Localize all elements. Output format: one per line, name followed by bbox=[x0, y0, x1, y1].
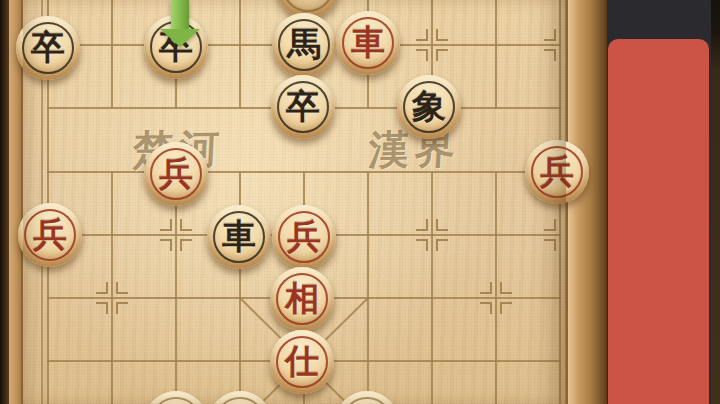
piece-black-soldier[interactable]: 卒 bbox=[16, 16, 80, 80]
piece-character: 卒 bbox=[271, 75, 335, 139]
piece-character: 兵 bbox=[18, 203, 82, 267]
point-marker bbox=[544, 219, 556, 231]
point-marker bbox=[416, 239, 428, 251]
piece-character: 卒 bbox=[16, 16, 80, 80]
arrow-head bbox=[160, 29, 200, 47]
point-marker bbox=[416, 219, 428, 231]
side-panel bbox=[607, 0, 711, 404]
point-marker bbox=[416, 49, 428, 61]
grid-line bbox=[111, 172, 113, 404]
piece-character: 象 bbox=[397, 75, 461, 139]
piece-character bbox=[144, 391, 208, 404]
grid-line bbox=[367, 172, 369, 404]
piece-red-soldier[interactable]: 兵 bbox=[272, 205, 336, 269]
piece-red-elephant[interactable]: 相 bbox=[270, 267, 334, 331]
piece-red-soldier[interactable]: 兵 bbox=[144, 142, 208, 206]
point-marker bbox=[500, 282, 512, 294]
piece-character bbox=[208, 391, 272, 404]
point-marker bbox=[544, 239, 556, 251]
board-frame-left-dark bbox=[0, 0, 9, 404]
point-marker bbox=[500, 302, 512, 314]
point-marker bbox=[436, 29, 448, 41]
piece-black-elephant[interactable]: 象 bbox=[397, 75, 461, 139]
piece-red-advisor[interactable]: 仕 bbox=[270, 330, 334, 394]
grid-line bbox=[111, 0, 113, 108]
piece-character: 兵 bbox=[272, 205, 336, 269]
point-marker bbox=[96, 282, 108, 294]
point-marker bbox=[480, 302, 492, 314]
piece-character: 馬 bbox=[272, 13, 336, 77]
grid-line bbox=[239, 0, 241, 108]
side-panel-card[interactable] bbox=[608, 39, 709, 404]
point-marker bbox=[544, 29, 556, 41]
piece-character: 仕 bbox=[270, 330, 334, 394]
grid-line bbox=[495, 172, 497, 404]
piece-character: 車 bbox=[336, 11, 400, 75]
point-marker bbox=[160, 219, 172, 231]
piece-character bbox=[335, 391, 399, 404]
grid-line bbox=[175, 172, 177, 404]
screen-edge-right bbox=[711, 0, 720, 404]
point-marker bbox=[116, 282, 128, 294]
piece-black-horse[interactable]: 馬 bbox=[272, 13, 336, 77]
piece-partial-piece-bottom[interactable] bbox=[335, 391, 399, 404]
piece-black-soldier[interactable]: 卒 bbox=[271, 75, 335, 139]
piece-black-chariot[interactable]: 車 bbox=[207, 205, 271, 269]
piece-character: 兵 bbox=[144, 142, 208, 206]
point-marker bbox=[436, 219, 448, 231]
piece-character: 兵 bbox=[525, 140, 589, 204]
point-marker bbox=[416, 29, 428, 41]
piece-red-soldier[interactable]: 兵 bbox=[18, 203, 82, 267]
point-marker bbox=[180, 239, 192, 251]
point-marker bbox=[436, 239, 448, 251]
point-marker bbox=[436, 49, 448, 61]
piece-partial-piece-bottom[interactable] bbox=[144, 391, 208, 404]
xiangqi-app: 楚河 漢界 卒卒馬車卒象兵兵兵車兵相仕 bbox=[0, 0, 720, 404]
point-marker bbox=[160, 239, 172, 251]
piece-partial-piece-bottom[interactable] bbox=[208, 391, 272, 404]
point-marker bbox=[544, 49, 556, 61]
grid-line bbox=[495, 0, 497, 108]
point-marker bbox=[96, 302, 108, 314]
piece-red-soldier[interactable]: 兵 bbox=[525, 140, 589, 204]
piece-character: 車 bbox=[207, 205, 271, 269]
point-marker bbox=[180, 219, 192, 231]
piece-character: 相 bbox=[270, 267, 334, 331]
grid-line bbox=[431, 172, 433, 404]
piece-red-chariot[interactable]: 車 bbox=[336, 11, 400, 75]
xiangqi-board[interactable]: 楚河 漢界 卒卒馬車卒象兵兵兵車兵相仕 bbox=[23, 0, 566, 404]
arrow-shaft bbox=[171, 0, 189, 30]
point-marker bbox=[116, 302, 128, 314]
point-marker bbox=[480, 282, 492, 294]
